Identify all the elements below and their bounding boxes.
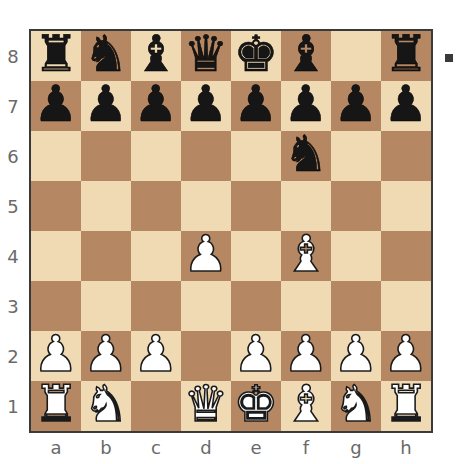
square-h8[interactable]: ♜ bbox=[381, 31, 431, 81]
file-label-g: g bbox=[331, 437, 381, 461]
square-b2[interactable]: ♟ bbox=[81, 331, 131, 381]
square-f4[interactable]: ♝ bbox=[281, 231, 331, 281]
square-e2[interactable]: ♟ bbox=[231, 331, 281, 381]
square-f1[interactable]: ♝ bbox=[281, 381, 331, 431]
rank-label-1: 1 bbox=[0, 381, 26, 431]
side-to-move-indicator bbox=[445, 54, 453, 62]
square-g3[interactable] bbox=[331, 281, 381, 331]
piece-black-pawn-d7[interactable]: ♟ bbox=[184, 79, 229, 129]
piece-white-pawn-c2[interactable]: ♟ bbox=[134, 329, 179, 379]
square-c8[interactable]: ♝ bbox=[131, 31, 181, 81]
square-g2[interactable]: ♟ bbox=[331, 331, 381, 381]
square-d4[interactable]: ♟ bbox=[181, 231, 231, 281]
square-f6[interactable]: ♞ bbox=[281, 131, 331, 181]
piece-white-bishop-f4[interactable]: ♝ bbox=[284, 229, 329, 279]
square-c3[interactable] bbox=[131, 281, 181, 331]
square-b3[interactable] bbox=[81, 281, 131, 331]
piece-white-pawn-a2[interactable]: ♟ bbox=[34, 329, 79, 379]
square-g1[interactable]: ♞ bbox=[331, 381, 381, 431]
square-e1[interactable]: ♚ bbox=[231, 381, 281, 431]
square-a2[interactable]: ♟ bbox=[31, 331, 81, 381]
piece-white-knight-b1[interactable]: ♞ bbox=[84, 379, 129, 429]
file-labels: abcdefgh bbox=[31, 437, 431, 461]
piece-white-bishop-f1[interactable]: ♝ bbox=[284, 379, 329, 429]
piece-black-bishop-f8[interactable]: ♝ bbox=[284, 29, 329, 79]
piece-white-knight-g1[interactable]: ♞ bbox=[334, 379, 379, 429]
file-label-a: a bbox=[31, 437, 81, 461]
square-f7[interactable]: ♟ bbox=[281, 81, 331, 131]
square-a1[interactable]: ♜ bbox=[31, 381, 81, 431]
square-a6[interactable] bbox=[31, 131, 81, 181]
square-c4[interactable] bbox=[131, 231, 181, 281]
square-h4[interactable] bbox=[381, 231, 431, 281]
piece-black-rook-h8[interactable]: ♜ bbox=[384, 29, 429, 79]
piece-black-queen-d8[interactable]: ♛ bbox=[184, 29, 229, 79]
square-b1[interactable]: ♞ bbox=[81, 381, 131, 431]
square-d8[interactable]: ♛ bbox=[181, 31, 231, 81]
piece-white-pawn-b2[interactable]: ♟ bbox=[84, 329, 129, 379]
square-b5[interactable] bbox=[81, 181, 131, 231]
square-a8[interactable]: ♜ bbox=[31, 31, 81, 81]
piece-black-rook-a8[interactable]: ♜ bbox=[34, 29, 79, 79]
square-h3[interactable] bbox=[381, 281, 431, 331]
piece-white-pawn-g2[interactable]: ♟ bbox=[334, 329, 379, 379]
square-b4[interactable] bbox=[81, 231, 131, 281]
square-a4[interactable] bbox=[31, 231, 81, 281]
file-label-f: f bbox=[281, 437, 331, 461]
square-d5[interactable] bbox=[181, 181, 231, 231]
square-g7[interactable]: ♟ bbox=[331, 81, 381, 131]
square-c7[interactable]: ♟ bbox=[131, 81, 181, 131]
square-f8[interactable]: ♝ bbox=[281, 31, 331, 81]
square-h7[interactable]: ♟ bbox=[381, 81, 431, 131]
square-g6[interactable] bbox=[331, 131, 381, 181]
file-label-c: c bbox=[131, 437, 181, 461]
square-e3[interactable] bbox=[231, 281, 281, 331]
file-label-b: b bbox=[81, 437, 131, 461]
square-e8[interactable]: ♚ bbox=[231, 31, 281, 81]
piece-black-bishop-c8[interactable]: ♝ bbox=[134, 29, 179, 79]
square-d6[interactable] bbox=[181, 131, 231, 181]
square-d3[interactable] bbox=[181, 281, 231, 331]
square-c2[interactable]: ♟ bbox=[131, 331, 181, 381]
piece-white-pawn-d4[interactable]: ♟ bbox=[184, 229, 229, 279]
rank-label-3: 3 bbox=[0, 281, 26, 331]
piece-black-pawn-c7[interactable]: ♟ bbox=[134, 79, 179, 129]
square-h5[interactable] bbox=[381, 181, 431, 231]
square-g8[interactable] bbox=[331, 31, 381, 81]
piece-black-king-e8[interactable]: ♚ bbox=[234, 29, 279, 79]
piece-white-pawn-h2[interactable]: ♟ bbox=[384, 329, 429, 379]
piece-black-pawn-h7[interactable]: ♟ bbox=[384, 79, 429, 129]
square-b6[interactable] bbox=[81, 131, 131, 181]
square-h1[interactable]: ♜ bbox=[381, 381, 431, 431]
rank-label-6: 6 bbox=[0, 131, 26, 181]
square-e6[interactable] bbox=[231, 131, 281, 181]
square-h2[interactable]: ♟ bbox=[381, 331, 431, 381]
piece-black-pawn-b7[interactable]: ♟ bbox=[84, 79, 129, 129]
square-b8[interactable]: ♞ bbox=[81, 31, 131, 81]
square-a5[interactable] bbox=[31, 181, 81, 231]
piece-black-pawn-g7[interactable]: ♟ bbox=[334, 79, 379, 129]
piece-black-knight-b8[interactable]: ♞ bbox=[84, 29, 129, 79]
square-c1[interactable] bbox=[131, 381, 181, 431]
square-g5[interactable] bbox=[331, 181, 381, 231]
rank-label-5: 5 bbox=[0, 181, 26, 231]
piece-white-queen-d1[interactable]: ♛ bbox=[184, 379, 229, 429]
piece-black-knight-f6[interactable]: ♞ bbox=[284, 129, 329, 179]
square-f2[interactable]: ♟ bbox=[281, 331, 331, 381]
square-d2[interactable] bbox=[181, 331, 231, 381]
chess-board: ♜♞♝♛♚♝♜♟♟♟♟♟♟♟♟♞♟♝♟♟♟♟♟♟♟♜♞♛♚♝♞♜ bbox=[29, 29, 433, 433]
rank-label-2: 2 bbox=[0, 331, 26, 381]
square-e5[interactable] bbox=[231, 181, 281, 231]
file-label-e: e bbox=[231, 437, 281, 461]
rank-labels: 87654321 bbox=[0, 31, 26, 431]
square-h6[interactable] bbox=[381, 131, 431, 181]
piece-white-pawn-e2[interactable]: ♟ bbox=[234, 329, 279, 379]
square-f5[interactable] bbox=[281, 181, 331, 231]
square-c6[interactable] bbox=[131, 131, 181, 181]
piece-black-pawn-f7[interactable]: ♟ bbox=[284, 79, 329, 129]
square-d1[interactable]: ♛ bbox=[181, 381, 231, 431]
rank-label-7: 7 bbox=[0, 81, 26, 131]
square-g4[interactable] bbox=[331, 231, 381, 281]
piece-white-king-e1[interactable]: ♚ bbox=[234, 379, 279, 429]
file-label-d: d bbox=[181, 437, 231, 461]
square-a7[interactable]: ♟ bbox=[31, 81, 81, 131]
square-e4[interactable] bbox=[231, 231, 281, 281]
piece-white-rook-a1[interactable]: ♜ bbox=[34, 379, 79, 429]
piece-black-pawn-e7[interactable]: ♟ bbox=[234, 79, 279, 129]
file-label-h: h bbox=[381, 437, 431, 461]
square-d7[interactable]: ♟ bbox=[181, 81, 231, 131]
square-c5[interactable] bbox=[131, 181, 181, 231]
square-a3[interactable] bbox=[31, 281, 81, 331]
square-e7[interactable]: ♟ bbox=[231, 81, 281, 131]
piece-white-pawn-f2[interactable]: ♟ bbox=[284, 329, 329, 379]
square-b7[interactable]: ♟ bbox=[81, 81, 131, 131]
piece-white-rook-h1[interactable]: ♜ bbox=[384, 379, 429, 429]
square-f3[interactable] bbox=[281, 281, 331, 331]
rank-label-4: 4 bbox=[0, 231, 26, 281]
piece-black-pawn-a7[interactable]: ♟ bbox=[34, 79, 79, 129]
rank-label-8: 8 bbox=[0, 31, 26, 81]
